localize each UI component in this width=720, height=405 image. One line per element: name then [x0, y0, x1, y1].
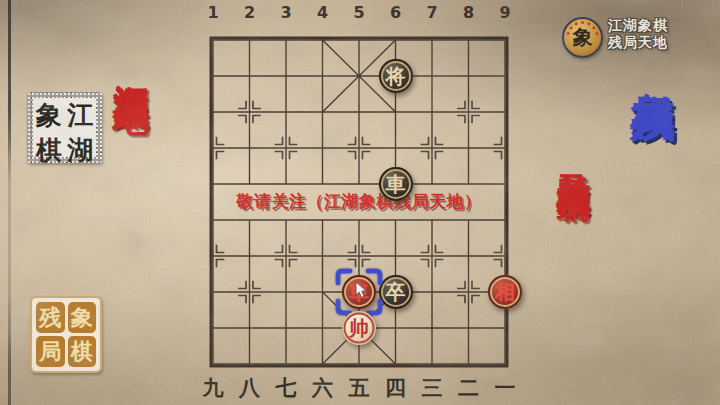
piece-black-general[interactable]: 将 [379, 59, 413, 93]
file-label-6: 6 [390, 3, 401, 22]
logo-text-line1: 江湖象棋 [608, 17, 668, 34]
piece-black-soldier[interactable]: 卒 [379, 275, 413, 309]
board-grid[interactable]: 将車卒車帅相 [195, 22, 524, 382]
jianghu-xiangqi-stamp: 象 江 棋 湖 [27, 92, 102, 163]
stamp-char: 湖 [67, 133, 93, 168]
channel-logo: 象 江湖象棋 残局天地 [562, 17, 668, 58]
piece-red-general[interactable]: 帅 [342, 311, 376, 345]
logo-text: 江湖象棋 残局天地 [608, 17, 668, 51]
seal-char: 棋 [68, 336, 97, 367]
piece-character: 将 [386, 66, 406, 86]
file-label-1: 1 [207, 3, 218, 22]
stamp-char: 象 [36, 98, 62, 133]
piece-red-chariot[interactable]: 車 [342, 275, 376, 309]
piece-character: 帅 [349, 318, 369, 338]
left-calligraphy-title: 江湖象棋残局天地 [107, 56, 156, 72]
file-label-5: 5 [353, 3, 364, 22]
seal-char: 残 [36, 302, 65, 333]
top-file-labels: 123456789 [195, 3, 524, 22]
stamp-char: 江 [67, 98, 93, 133]
seal-char: 局 [36, 336, 65, 367]
piece-character: 相 [495, 282, 515, 302]
stamp-characters: 象 江 棋 湖 [33, 98, 96, 157]
seal-char: 象 [68, 302, 97, 333]
frame-edge-line [8, 0, 11, 405]
stamp-char: 棋 [36, 133, 62, 168]
piece-character: 車 [386, 174, 406, 194]
elephant-seal-icon: 象 [562, 17, 603, 58]
file-label-2: 2 [244, 3, 255, 22]
piece-red-elephant[interactable]: 相 [488, 275, 522, 309]
right-title: 象棋残局 [623, 57, 683, 65]
seal-arc-marks [564, 19, 601, 56]
right-subtitle: 马跃檀溪改编 [551, 147, 597, 162]
file-label-9: 9 [499, 3, 510, 22]
video-frame: 123456789 九八七六五四三二一 敬请关注（江湖象棋残局天地） 将車卒車帅… [0, 0, 720, 405]
piece-character: 卒 [386, 282, 406, 302]
xiangqi-canju-seal: 残 象 局 棋 [30, 296, 102, 373]
file-label-8: 8 [463, 3, 474, 22]
file-label-4: 4 [317, 3, 328, 22]
file-label-3: 3 [280, 3, 291, 22]
piece-character: 車 [349, 282, 369, 302]
logo-text-line2: 残局天地 [608, 34, 668, 51]
file-label-7: 7 [426, 3, 437, 22]
piece-black-chariot[interactable]: 車 [379, 167, 413, 201]
